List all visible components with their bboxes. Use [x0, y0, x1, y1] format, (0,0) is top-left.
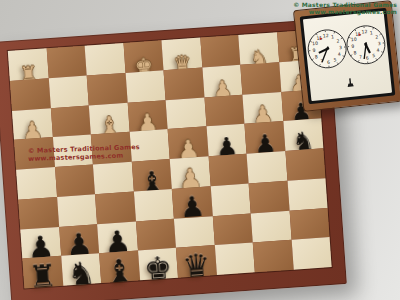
square-c1	[200, 35, 240, 67]
watermark-top-line2: www.mastersgames.com	[293, 8, 397, 15]
square-g1	[46, 46, 86, 78]
square-f2	[87, 73, 127, 105]
black-bishop: ♝	[105, 256, 135, 286]
square-e1: ♚	[123, 40, 163, 72]
square-h7: ♟	[20, 226, 60, 258]
square-f7: ♟	[97, 221, 137, 253]
black-king: ♚	[143, 253, 173, 283]
square-g8: ♞	[61, 253, 101, 285]
square-d1: ♛	[161, 38, 201, 70]
dial-numeral: 12	[361, 29, 367, 35]
square-c8	[214, 243, 254, 275]
square-a4: ♞	[283, 119, 323, 151]
square-h8: ♜	[22, 256, 62, 288]
square-a6	[287, 178, 327, 210]
square-h2	[10, 78, 50, 110]
square-e5: ♝	[131, 159, 171, 191]
photo-scene: ♜♚♛♞♜♟♟♟♝♟♟♟♟♟♟♞♝♟♟♟♟♟♜♞♝♚♛ 121234567891…	[0, 0, 400, 300]
square-e7	[135, 218, 175, 250]
square-d4: ♟	[168, 127, 208, 159]
square-f5	[93, 162, 133, 194]
square-b3: ♟	[242, 92, 282, 124]
square-b4: ♟	[244, 121, 284, 153]
square-c2: ♟	[202, 65, 242, 97]
square-c4: ♟	[206, 124, 246, 156]
watermark-top-right: © Masters Traditional Games www.mastersg…	[293, 1, 397, 15]
square-e2	[125, 70, 165, 102]
square-b1: ♞	[238, 32, 278, 64]
square-a7	[289, 208, 329, 240]
square-h6	[18, 197, 58, 229]
square-b7	[251, 210, 291, 242]
square-c6	[210, 183, 250, 215]
clock-dial-right: 121234567891011	[345, 24, 387, 66]
square-h1: ♜	[8, 48, 48, 80]
square-b8	[253, 240, 293, 272]
square-c5	[208, 154, 248, 186]
watermark-top-line1: © Masters Traditional Games	[293, 1, 397, 8]
clock-emblem	[347, 78, 354, 87]
square-g6	[57, 194, 97, 226]
black-knight: ♞	[66, 258, 96, 288]
square-f1	[85, 43, 125, 75]
dial-numeral: 12	[323, 33, 329, 39]
square-e3: ♟	[127, 100, 167, 132]
chess-clock: 121234567891011121234567891011	[293, 0, 400, 112]
square-d7	[174, 216, 214, 248]
square-g7: ♟	[59, 224, 99, 256]
square-d3	[166, 97, 206, 129]
square-b2	[240, 62, 280, 94]
square-h5	[16, 167, 56, 199]
square-g2	[48, 75, 88, 107]
square-g5	[55, 164, 95, 196]
dial-numeral: 10	[312, 41, 318, 47]
square-f8: ♝	[99, 251, 139, 283]
square-a5	[285, 148, 325, 180]
dial-numeral: 10	[351, 37, 357, 43]
square-e8: ♚	[138, 248, 178, 280]
square-d6: ♟	[172, 186, 212, 218]
square-f6	[95, 191, 135, 223]
clock-face: 121234567891011121234567891011	[303, 11, 392, 101]
square-a8	[291, 237, 331, 269]
black-rook: ♜	[28, 261, 58, 291]
square-h3: ♟	[12, 108, 52, 140]
clock-dials: 121234567891011121234567891011	[303, 11, 392, 101]
square-g3	[50, 105, 90, 137]
square-c7	[212, 213, 252, 245]
square-d5: ♟	[170, 156, 210, 188]
square-e6	[133, 189, 173, 221]
square-d8: ♛	[176, 245, 216, 277]
square-d2	[163, 67, 203, 99]
square-b5	[247, 151, 287, 183]
clock-dial-left: 121234567891011	[306, 28, 348, 70]
square-b6	[249, 181, 289, 213]
black-queen: ♛	[182, 250, 212, 280]
square-f3: ♝	[89, 102, 129, 134]
square-c3	[204, 94, 244, 126]
clock-bezel: 121234567891011121234567891011	[300, 8, 396, 105]
